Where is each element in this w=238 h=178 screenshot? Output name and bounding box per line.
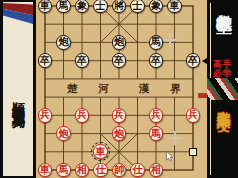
piece-red-仕[interactable]: 仕 <box>130 163 145 178</box>
channel-subtitle-line2: 必学 <box>213 69 232 78</box>
piece-red-車[interactable]: 車 <box>38 163 53 178</box>
piece-black-炮[interactable]: 炮 <box>112 35 127 50</box>
piece-black-車[interactable]: 車 <box>167 0 182 13</box>
piece-red-相[interactable]: 相 <box>75 163 90 178</box>
stripes-divider <box>207 78 238 100</box>
piece-black-車[interactable]: 車 <box>38 0 53 13</box>
piece-red-兵[interactable]: 兵 <box>75 108 90 123</box>
piece-black-卒[interactable]: 卒 <box>75 53 90 68</box>
left-title-panel: 順炮橫車破直車弃馬局 <box>3 2 33 176</box>
piece-red-炮[interactable]: 炮 <box>112 126 127 141</box>
piece-red-帥[interactable]: 帥 <box>112 163 127 178</box>
piece-black-炮[interactable]: 炮 <box>56 35 71 50</box>
channel-title: 象棋教室 <box>213 1 234 5</box>
mouse-cursor-icon <box>166 148 174 159</box>
sparkle-icon <box>163 33 177 47</box>
piece-red-兵[interactable]: 兵 <box>112 108 127 123</box>
piece-black-士[interactable]: 士 <box>130 0 145 13</box>
piece-red-車[interactable]: 車 <box>93 144 108 159</box>
piece-red-兵[interactable]: 兵 <box>38 108 53 123</box>
piece-black-卒[interactable]: 卒 <box>186 53 201 68</box>
piece-red-馬[interactable]: 馬 <box>56 163 71 178</box>
xiangqi-video-frame: 順炮橫車破直車弃馬局 楚 河 漢 界 車馬象士將士象車炮炮馬卒卒卒卒卒兵兵兵兵兵… <box>0 0 238 178</box>
piece-black-卒[interactable]: 卒 <box>112 53 127 68</box>
board-grid: 車馬象士將士象車炮炮馬卒卒卒卒卒兵兵兵兵兵炮炮馬車車馬相仕帥仕相 <box>36 0 203 178</box>
origin-square-marker <box>189 148 197 156</box>
channel-subtitle: 高手 必学 <box>213 60 232 78</box>
piece-black-馬[interactable]: 馬 <box>56 0 71 13</box>
piece-black-馬[interactable]: 馬 <box>149 35 164 50</box>
piece-red-兵[interactable]: 兵 <box>186 108 201 123</box>
left-panel-frame: 順炮橫車破直車弃馬局 <box>0 0 36 178</box>
piece-red-相[interactable]: 相 <box>149 163 164 178</box>
piece-black-卒[interactable]: 卒 <box>38 53 53 68</box>
piece-red-炮[interactable]: 炮 <box>56 126 71 141</box>
piece-black-將[interactable]: 將 <box>112 0 127 13</box>
opening-title-text: 順炮橫車破直車弃馬局 <box>3 23 33 175</box>
series-title: 金鵬十八变 <box>214 100 232 108</box>
piece-red-馬[interactable]: 馬 <box>149 126 164 141</box>
red-tick-marker <box>198 93 207 98</box>
piece-black-象[interactable]: 象 <box>149 0 164 13</box>
piece-red-兵[interactable]: 兵 <box>149 108 164 123</box>
piece-black-卒[interactable]: 卒 <box>149 53 164 68</box>
xiangqi-board[interactable]: 楚 河 漢 界 車馬象士將士象車炮炮馬卒卒卒卒卒兵兵兵兵兵炮炮馬車車馬相仕帥仕相 <box>36 0 207 178</box>
piece-black-象[interactable]: 象 <box>75 0 90 13</box>
right-channel-panel: 象棋教室 高手 必学 金鵬十八变 <box>207 0 238 178</box>
piece-red-仕[interactable]: 仕 <box>93 163 108 178</box>
piece-black-士[interactable]: 士 <box>93 0 108 13</box>
sparkle-icon <box>168 131 182 145</box>
